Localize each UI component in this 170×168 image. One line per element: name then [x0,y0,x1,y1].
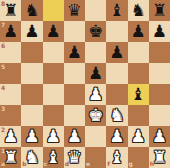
square-h1[interactable]: ♜h [149,147,170,168]
square-h5[interactable] [149,63,170,84]
rank-label-5: 5 [1,64,5,70]
square-b3[interactable] [21,105,42,126]
square-h2[interactable]: ♟ [149,126,170,147]
square-d2[interactable]: ♟ [64,126,85,147]
square-h4[interactable] [149,84,170,105]
square-d8[interactable]: ♛ [64,0,85,21]
piece-black-pawn[interactable]: ♟ [67,42,82,63]
square-f2[interactable]: ♟ [106,126,127,147]
piece-black-rook[interactable]: ♜ [152,0,167,21]
file-label-g: g [129,161,133,167]
square-d6[interactable]: ♟ [64,42,85,63]
square-c7[interactable]: ♟ [43,21,64,42]
screenshot-stage: ♜8♞♛♝♞♜♟7♟♟♚♟♟6♟♟5♟4♟♝3♚♞♟2♟♟♟♟♟♟♜1a♞b♝c… [0,0,170,168]
square-e1[interactable]: e [85,147,106,168]
square-h7[interactable]: ♟ [149,21,170,42]
square-g7[interactable]: ♟ [128,21,149,42]
piece-black-pawn[interactable]: ♟ [24,21,39,42]
square-g8[interactable]: ♞ [128,0,149,21]
rank-label-6: 6 [1,43,5,49]
square-h8[interactable]: ♜ [149,0,170,21]
square-e5[interactable]: ♟ [85,63,106,84]
piece-white-pawn[interactable]: ♟ [152,126,167,147]
piece-white-queen[interactable]: ♛ [67,147,82,168]
square-d5[interactable] [64,63,85,84]
square-c4[interactable] [43,84,64,105]
piece-white-knight[interactable]: ♞ [24,147,39,168]
piece-black-pawn[interactable]: ♟ [131,21,146,42]
square-g3[interactable] [128,105,149,126]
square-f8[interactable]: ♝ [106,0,127,21]
square-g4[interactable]: ♝ [128,84,149,105]
piece-black-king[interactable]: ♚ [88,21,103,42]
piece-black-pawn[interactable]: ♟ [3,21,18,42]
square-f1[interactable]: ♝f [106,147,127,168]
piece-white-pawn[interactable]: ♟ [109,126,124,147]
piece-white-knight[interactable]: ♞ [109,105,124,126]
square-c6[interactable] [43,42,64,63]
square-a2[interactable]: ♟2 [0,126,21,147]
piece-white-bishop[interactable]: ♝ [46,147,61,168]
piece-black-pawn[interactable]: ♟ [46,21,61,42]
square-f4[interactable] [106,84,127,105]
square-a6[interactable]: 6 [0,42,21,63]
square-b8[interactable]: ♞ [21,0,42,21]
square-b6[interactable] [21,42,42,63]
square-f6[interactable]: ♟ [106,42,127,63]
square-a4[interactable]: 4 [0,84,21,105]
square-e8[interactable] [85,0,106,21]
piece-white-rook[interactable]: ♜ [152,147,167,168]
square-e7[interactable]: ♚ [85,21,106,42]
square-d3[interactable] [64,105,85,126]
piece-black-bishop[interactable]: ♝ [109,0,124,21]
square-c1[interactable]: ♝c [43,147,64,168]
piece-black-knight[interactable]: ♞ [24,0,39,21]
piece-white-pawn[interactable]: ♟ [88,84,103,105]
piece-black-bishop[interactable]: ♝ [131,84,146,105]
piece-white-pawn[interactable]: ♟ [46,126,61,147]
piece-white-bishop[interactable]: ♝ [109,147,124,168]
square-e6[interactable] [85,42,106,63]
square-e2[interactable] [85,126,106,147]
chess-board: ♜8♞♛♝♞♜♟7♟♟♚♟♟6♟♟5♟4♟♝3♚♞♟2♟♟♟♟♟♟♜1a♞b♝c… [0,0,170,168]
square-b5[interactable] [21,63,42,84]
piece-white-pawn[interactable]: ♟ [3,126,18,147]
square-f7[interactable] [106,21,127,42]
square-g1[interactable]: g [128,147,149,168]
square-g2[interactable]: ♟ [128,126,149,147]
square-a8[interactable]: ♜8 [0,0,21,21]
piece-black-pawn[interactable]: ♟ [88,63,103,84]
square-c2[interactable]: ♟ [43,126,64,147]
piece-black-pawn[interactable]: ♟ [109,42,124,63]
square-c3[interactable] [43,105,64,126]
square-g5[interactable] [128,63,149,84]
square-a1[interactable]: ♜1a [0,147,21,168]
square-e4[interactable]: ♟ [85,84,106,105]
rank-label-4: 4 [1,85,5,91]
piece-black-queen[interactable]: ♛ [67,0,82,21]
square-h6[interactable] [149,42,170,63]
square-b4[interactable] [21,84,42,105]
piece-black-knight[interactable]: ♞ [131,0,146,21]
square-b2[interactable]: ♟ [21,126,42,147]
square-e3[interactable]: ♚ [85,105,106,126]
file-label-e: e [86,161,90,167]
square-a5[interactable]: 5 [0,63,21,84]
square-d1[interactable]: ♛d [64,147,85,168]
piece-black-rook[interactable]: ♜ [3,0,18,21]
square-h3[interactable] [149,105,170,126]
piece-white-pawn[interactable]: ♟ [24,126,39,147]
rank-label-3: 3 [1,106,5,112]
piece-black-pawn[interactable]: ♟ [152,21,167,42]
square-f3[interactable]: ♞ [106,105,127,126]
square-d4[interactable] [64,84,85,105]
piece-white-pawn[interactable]: ♟ [131,126,146,147]
square-c8[interactable] [43,0,64,21]
piece-white-rook[interactable]: ♜ [3,147,18,168]
square-g6[interactable] [128,42,149,63]
square-a7[interactable]: ♟7 [0,21,21,42]
square-b1[interactable]: ♞b [21,147,42,168]
square-a3[interactable]: 3 [0,105,21,126]
piece-white-pawn[interactable]: ♟ [67,126,82,147]
piece-white-king[interactable]: ♚ [88,105,103,126]
square-f5[interactable] [106,63,127,84]
square-b7[interactable]: ♟ [21,21,42,42]
square-c5[interactable] [43,63,64,84]
square-d7[interactable] [64,21,85,42]
